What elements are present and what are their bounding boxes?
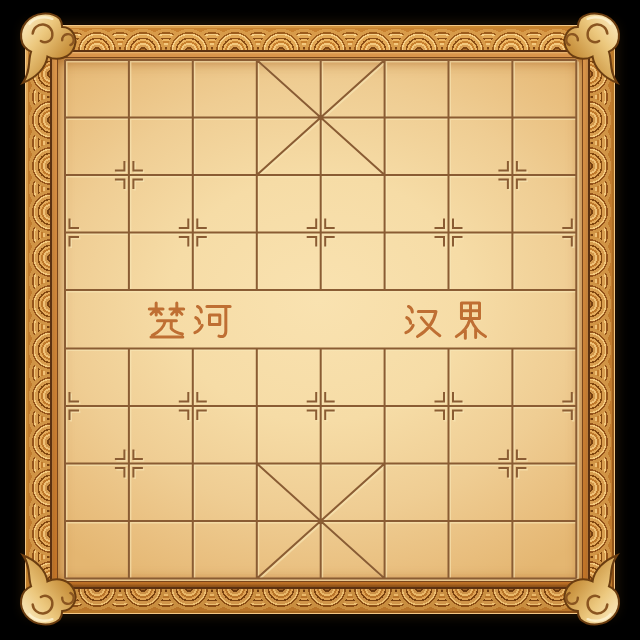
corner-cloud-top-left-icon	[13, 9, 95, 91]
wave-pattern-left	[28, 51, 51, 588]
wave-pattern-bottom	[28, 588, 612, 611]
app-background: { "game": "xiangqi", "board_title": "Chi…	[0, 0, 640, 640]
xiangqi-board-frame: 楚河 汉界	[25, 25, 615, 614]
board-surface[interactable]: 楚河 汉界	[57, 57, 583, 582]
corner-cloud-top-right-icon	[545, 9, 627, 91]
wave-pattern-right	[589, 51, 612, 588]
pieces-layer	[58, 58, 582, 581]
wave-pattern-top	[28, 28, 612, 51]
corner-cloud-bottom-left-icon	[13, 547, 95, 629]
corner-cloud-bottom-right-icon	[545, 547, 627, 629]
